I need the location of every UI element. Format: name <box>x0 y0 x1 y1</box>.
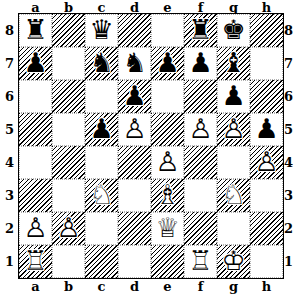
white-pawn-fill-icon: ♟ <box>52 212 85 245</box>
square-f5[interactable]: ♟♙ <box>184 113 217 146</box>
black-bishop-g7-icon: ♝ <box>217 47 250 80</box>
square-f7[interactable]: ♟♟ <box>184 47 217 80</box>
square-b5[interactable] <box>52 113 85 146</box>
file-label-f-top: f <box>184 1 217 14</box>
square-c2[interactable] <box>85 212 118 245</box>
square-c6[interactable] <box>85 80 118 113</box>
square-e6[interactable] <box>151 80 184 113</box>
rank-label-7-right: 7 <box>284 57 293 70</box>
square-d4[interactable] <box>118 146 151 179</box>
rank-label-2-right: 2 <box>284 222 293 235</box>
square-e4[interactable]: ♟♙ <box>151 146 184 179</box>
black-queen-c8-icon: ♛ <box>85 14 118 47</box>
rank-label-5-left: 5 <box>5 123 14 136</box>
file-labels-bottom: abcdefgh <box>19 278 283 295</box>
white-rook-fill-icon: ♜ <box>19 245 52 278</box>
square-e1[interactable] <box>151 245 184 278</box>
rank-labels-left: 87654321 <box>0 14 19 278</box>
chess-diagram: abcdefgh 87654321 ♜♜♛♛♜♜♚♚♟♟♞♞♞♞♟♟♟♟♝♝♟♟… <box>0 0 294 295</box>
rank-label-1-right: 1 <box>284 255 293 268</box>
black-pawn-f7-icon: ♟ <box>184 47 217 80</box>
square-a2[interactable]: ♟♙ <box>19 212 52 245</box>
white-bishop-e3-icon: ♗ <box>151 179 184 212</box>
file-label-g-top: g <box>217 1 250 14</box>
white-knight-fill-icon: ♞ <box>217 179 250 212</box>
file-label-g-bottom: g <box>217 280 250 293</box>
square-b8[interactable] <box>52 14 85 47</box>
black-pawn-h5-icon: ♟ <box>250 113 283 146</box>
white-knight-fill-icon: ♞ <box>85 179 118 212</box>
square-d5[interactable]: ♟♙ <box>118 113 151 146</box>
black-pawn-fill-icon: ♟ <box>184 47 217 80</box>
square-f3[interactable] <box>184 179 217 212</box>
square-g3[interactable]: ♞♘ <box>217 179 250 212</box>
square-h4[interactable]: ♟♙ <box>250 146 283 179</box>
rank-label-8-right: 8 <box>284 24 293 37</box>
rank-label-3-right: 3 <box>284 189 293 202</box>
white-pawn-f5-icon: ♙ <box>184 113 217 146</box>
rank-label-1-left: 1 <box>5 255 14 268</box>
white-king-g1-icon: ♔ <box>217 245 250 278</box>
white-pawn-h4-icon: ♙ <box>250 146 283 179</box>
black-pawn-fill-icon: ♟ <box>118 80 151 113</box>
square-b3[interactable] <box>52 179 85 212</box>
file-label-h-top: h <box>250 1 283 14</box>
rank-label-8-left: 8 <box>5 24 14 37</box>
black-rook-fill-icon: ♜ <box>184 14 217 47</box>
white-pawn-d5-icon: ♙ <box>118 113 151 146</box>
white-pawn-b2-icon: ♙ <box>52 212 85 245</box>
square-c3[interactable]: ♞♘ <box>85 179 118 212</box>
square-a6[interactable] <box>19 80 52 113</box>
square-b4[interactable] <box>52 146 85 179</box>
black-rook-a8-icon: ♜ <box>19 14 52 47</box>
black-queen-fill-icon: ♛ <box>85 14 118 47</box>
file-label-f-bottom: f <box>184 280 217 293</box>
square-c1[interactable] <box>85 245 118 278</box>
black-rook-fill-icon: ♜ <box>19 14 52 47</box>
file-label-d-top: d <box>118 1 151 14</box>
black-knight-fill-icon: ♞ <box>118 47 151 80</box>
white-bishop-fill-icon: ♝ <box>151 179 184 212</box>
square-d2[interactable] <box>118 212 151 245</box>
square-d7[interactable]: ♞♞ <box>118 47 151 80</box>
square-g2[interactable] <box>217 212 250 245</box>
square-f4[interactable] <box>184 146 217 179</box>
rank-label-7-left: 7 <box>5 57 14 70</box>
file-label-a-bottom: a <box>19 280 52 293</box>
square-e8[interactable] <box>151 14 184 47</box>
square-f6[interactable] <box>184 80 217 113</box>
square-d6[interactable]: ♟♟ <box>118 80 151 113</box>
white-pawn-fill-icon: ♟ <box>217 113 250 146</box>
square-a1[interactable]: ♜♖ <box>19 245 52 278</box>
square-g6[interactable]: ♟♟ <box>217 80 250 113</box>
square-c4[interactable] <box>85 146 118 179</box>
black-pawn-fill-icon: ♟ <box>85 113 118 146</box>
square-a3[interactable] <box>19 179 52 212</box>
square-b2[interactable]: ♟♙ <box>52 212 85 245</box>
rank-label-3-left: 3 <box>5 189 14 202</box>
square-d1[interactable] <box>118 245 151 278</box>
square-b1[interactable] <box>52 245 85 278</box>
black-pawn-fill-icon: ♟ <box>19 47 52 80</box>
square-f8[interactable]: ♜♜ <box>184 14 217 47</box>
white-knight-g3-icon: ♘ <box>217 179 250 212</box>
square-f2[interactable] <box>184 212 217 245</box>
black-knight-fill-icon: ♞ <box>85 47 118 80</box>
square-h7[interactable] <box>250 47 283 80</box>
black-rook-f8-icon: ♜ <box>184 14 217 47</box>
black-pawn-fill-icon: ♟ <box>250 113 283 146</box>
file-label-a-top: a <box>19 1 52 14</box>
file-label-b-top: b <box>52 1 85 14</box>
white-knight-c3-icon: ♘ <box>85 179 118 212</box>
black-pawn-g6-icon: ♟ <box>217 80 250 113</box>
rank-label-6-left: 6 <box>5 90 14 103</box>
square-g7[interactable]: ♝♝ <box>217 47 250 80</box>
square-e7[interactable]: ♟♟ <box>151 47 184 80</box>
white-queen-fill-icon: ♛ <box>151 212 184 245</box>
square-a4[interactable] <box>19 146 52 179</box>
black-king-fill-icon: ♚ <box>217 14 250 47</box>
file-label-d-bottom: d <box>118 280 151 293</box>
square-e2[interactable]: ♛♕ <box>151 212 184 245</box>
square-a7[interactable]: ♟♟ <box>19 47 52 80</box>
white-pawn-fill-icon: ♟ <box>184 113 217 146</box>
rank-label-6-right: 6 <box>284 90 293 103</box>
square-h3[interactable] <box>250 179 283 212</box>
white-pawn-g5-icon: ♙ <box>217 113 250 146</box>
white-pawn-fill-icon: ♟ <box>151 146 184 179</box>
white-pawn-fill-icon: ♟ <box>250 146 283 179</box>
black-knight-d7-icon: ♞ <box>118 47 151 80</box>
square-g5[interactable]: ♟♙ <box>217 113 250 146</box>
white-rook-fill-icon: ♜ <box>184 245 217 278</box>
black-king-g8-icon: ♚ <box>217 14 250 47</box>
rank-label-4-left: 4 <box>5 156 14 169</box>
square-h2[interactable] <box>250 212 283 245</box>
square-g8[interactable]: ♚♚ <box>217 14 250 47</box>
black-pawn-d6-icon: ♟ <box>118 80 151 113</box>
square-h1[interactable] <box>250 245 283 278</box>
square-c8[interactable]: ♛♛ <box>85 14 118 47</box>
square-f1[interactable]: ♜♖ <box>184 245 217 278</box>
black-pawn-fill-icon: ♟ <box>151 47 184 80</box>
square-e3[interactable]: ♝♗ <box>151 179 184 212</box>
square-c7[interactable]: ♞♞ <box>85 47 118 80</box>
white-pawn-fill-icon: ♟ <box>19 212 52 245</box>
black-pawn-a7-icon: ♟ <box>19 47 52 80</box>
file-label-h-bottom: h <box>250 280 283 293</box>
square-h5[interactable]: ♟♟ <box>250 113 283 146</box>
chess-board: ♜♜♛♛♜♜♚♚♟♟♞♞♞♞♟♟♟♟♝♝♟♟♟♟♟♟♟♙♟♙♟♙♟♟♟♙♟♙♞♘… <box>19 14 283 278</box>
square-c5[interactable]: ♟♟ <box>85 113 118 146</box>
file-label-e-top: e <box>151 1 184 14</box>
black-pawn-c5-icon: ♟ <box>85 113 118 146</box>
white-pawn-a2-icon: ♙ <box>19 212 52 245</box>
square-b6[interactable] <box>52 80 85 113</box>
rank-labels-right: 87654321 <box>283 14 294 278</box>
white-queen-e2-icon: ♕ <box>151 212 184 245</box>
white-pawn-fill-icon: ♟ <box>118 113 151 146</box>
square-a8[interactable]: ♜♜ <box>19 14 52 47</box>
square-a5[interactable] <box>19 113 52 146</box>
file-label-c-top: c <box>85 1 118 14</box>
black-pawn-e7-icon: ♟ <box>151 47 184 80</box>
file-labels-top: abcdefgh <box>19 0 283 14</box>
square-e5[interactable] <box>151 113 184 146</box>
square-d3[interactable] <box>118 179 151 212</box>
square-g4[interactable] <box>217 146 250 179</box>
square-d8[interactable] <box>118 14 151 47</box>
black-bishop-fill-icon: ♝ <box>217 47 250 80</box>
file-label-c-bottom: c <box>85 280 118 293</box>
rank-label-5-right: 5 <box>284 123 293 136</box>
square-h6[interactable] <box>250 80 283 113</box>
square-g1[interactable]: ♚♔ <box>217 245 250 278</box>
black-pawn-fill-icon: ♟ <box>217 80 250 113</box>
square-b7[interactable] <box>52 47 85 80</box>
file-label-b-bottom: b <box>52 280 85 293</box>
white-king-fill-icon: ♚ <box>217 245 250 278</box>
rank-label-2-left: 2 <box>5 222 14 235</box>
white-pawn-e4-icon: ♙ <box>151 146 184 179</box>
rank-label-4-right: 4 <box>284 156 293 169</box>
white-rook-a1-icon: ♖ <box>19 245 52 278</box>
file-label-e-bottom: e <box>151 280 184 293</box>
square-h8[interactable] <box>250 14 283 47</box>
black-knight-c7-icon: ♞ <box>85 47 118 80</box>
white-rook-f1-icon: ♖ <box>184 245 217 278</box>
